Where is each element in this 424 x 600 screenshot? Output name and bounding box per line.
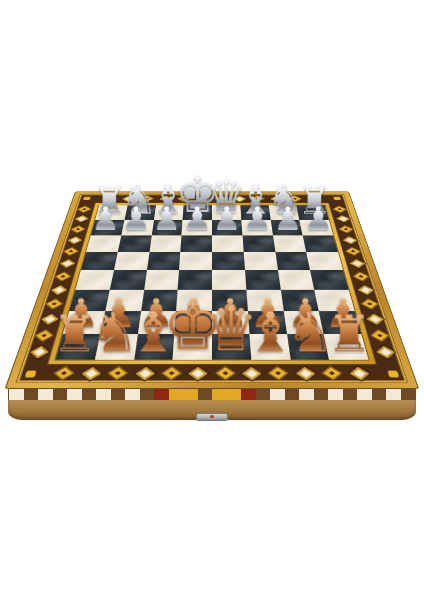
inlay-stripe-cream <box>125 389 140 400</box>
piece-wP-c2[interactable]: ♟ <box>243 203 272 235</box>
gold-diamond-icon <box>346 248 360 255</box>
piece-wP-h2[interactable]: ♟ <box>91 203 120 235</box>
ivory-diamond-icon <box>122 196 135 202</box>
inlay-stripe-brown <box>24 389 39 400</box>
square-h3[interactable] <box>86 235 121 252</box>
square-c5[interactable] <box>245 270 281 290</box>
inlay-stripe-gold <box>183 389 198 400</box>
inlay-stripe-gold <box>169 389 184 400</box>
ivory-diamond-icon <box>342 236 357 244</box>
square-e2[interactable]: ♟ <box>182 220 212 235</box>
gold-diamond-icon <box>78 206 90 212</box>
inlay-stripe-red <box>154 389 169 400</box>
square-c2[interactable]: ♟ <box>241 220 272 235</box>
inlay-stripe-cream <box>299 389 314 400</box>
ivory-diamond-icon <box>59 259 74 268</box>
inlay-stripe-brown <box>285 389 300 400</box>
square-d2[interactable]: ♟ <box>212 220 242 235</box>
ivory-diamond-icon <box>349 367 368 380</box>
square-g2[interactable]: ♟ <box>121 220 153 235</box>
square-a5[interactable] <box>310 270 348 290</box>
square-f2[interactable]: ♟ <box>151 220 182 235</box>
square-a8[interactable]: ♜ <box>324 334 369 360</box>
ivory-diamond-icon <box>82 367 101 380</box>
inlay-stripe-brown <box>53 389 68 400</box>
ivory-diamond-icon <box>135 367 154 380</box>
gold-diamond-icon <box>109 367 126 379</box>
ivory-diamond-icon <box>189 367 208 380</box>
gold-diamond-icon <box>64 248 78 255</box>
inlay-stripe-red <box>241 389 256 400</box>
square-b2[interactable]: ♟ <box>270 220 302 235</box>
gold-diamond-icon <box>252 196 264 202</box>
square-g5[interactable] <box>110 270 147 290</box>
ivory-diamond-icon <box>296 367 315 380</box>
square-h5[interactable] <box>75 270 113 290</box>
square-e3[interactable] <box>181 235 212 252</box>
gold-diamond-icon <box>56 367 73 379</box>
inlay-stripe-cream <box>357 389 372 400</box>
gold-diamond-icon <box>270 367 287 379</box>
piece-wP-d2[interactable]: ♟ <box>213 203 242 235</box>
gold-diamond-icon <box>340 226 353 233</box>
square-c3[interactable] <box>242 235 275 252</box>
square-b8[interactable]: ♞ <box>287 334 330 360</box>
product-photo-scene: ♜♞♝♚♛♝♞♜♟♟♟♟♟♟♟♟♟♟♟♟♟♟♟♟♜♞♝♚♛♝♞♜ <box>0 0 424 600</box>
piece-wP-e2[interactable]: ♟ <box>182 203 211 235</box>
square-h2[interactable]: ♟ <box>91 220 125 235</box>
gold-diamond-icon <box>372 330 388 341</box>
gold-diamond-icon <box>216 367 233 379</box>
chess-board: ♜♞♝♚♛♝♞♜♟♟♟♟♟♟♟♟♟♟♟♟♟♟♟♟♜♞♝♚♛♝♞♜ <box>5 191 420 389</box>
inlay-stripe-brown <box>111 389 126 400</box>
inlay-stripe-brown <box>140 389 155 400</box>
gold-diamond-icon <box>104 196 116 202</box>
inlay-stripe-brown <box>401 389 416 400</box>
inlay-stripe-cream <box>9 389 24 400</box>
edge-inlay-stripes <box>8 388 416 400</box>
squares-grid: ♜♞♝♚♛♝♞♜♟♟♟♟♟♟♟♟♟♟♟♟♟♟♟♟♜♞♝♚♛♝♞♜ <box>56 205 369 359</box>
board-side-edge <box>8 388 416 422</box>
inlay-stripe-brown <box>256 389 271 400</box>
inlay-stripe-cream <box>386 389 401 400</box>
gold-diamond-icon <box>36 330 52 341</box>
piece-bR-a8[interactable]: ♜ <box>326 310 371 360</box>
inlay-stripe-brown <box>82 389 97 400</box>
inlay-stripe-cream <box>38 389 53 400</box>
gold-diamond-icon <box>56 272 70 280</box>
square-f3[interactable] <box>149 235 182 252</box>
mosaic-strip-top <box>95 195 329 203</box>
ivory-diamond-icon <box>233 196 246 202</box>
ivory-diamond-icon <box>74 215 88 222</box>
inlay-stripe-brown <box>372 389 387 400</box>
gold-diamond-icon <box>141 196 153 202</box>
mosaic-corner-motif <box>387 371 399 378</box>
gold-diamond-icon <box>178 196 190 202</box>
square-a3[interactable] <box>303 235 338 252</box>
inlay-stripe-brown <box>198 389 213 400</box>
gold-diamond-icon <box>72 226 85 233</box>
gold-diamond-icon <box>215 196 227 202</box>
inlay-stripe-cream <box>328 389 343 400</box>
mosaic-corner-motif <box>333 197 341 200</box>
ivory-diamond-icon <box>30 346 48 358</box>
piece-wP-f2[interactable]: ♟ <box>152 203 181 235</box>
hinge-icon <box>196 413 228 421</box>
inlay-stripe-cream <box>67 389 82 400</box>
ivory-diamond-icon <box>159 196 172 202</box>
gold-diamond-icon <box>163 367 180 379</box>
ivory-diamond-icon <box>336 215 350 222</box>
square-b5[interactable] <box>278 270 315 290</box>
inlay-stripe-brown <box>343 389 358 400</box>
mosaic-strip-bottom <box>42 365 382 382</box>
piece-wP-b2[interactable]: ♟ <box>273 203 302 235</box>
edge-wood-face <box>8 400 416 420</box>
inlay-stripe-brown <box>314 389 329 400</box>
square-a2[interactable]: ♟ <box>300 220 334 235</box>
ivory-diamond-icon <box>376 346 394 358</box>
inlay-stripe-cream <box>96 389 111 400</box>
mosaic-corner-motif <box>25 371 37 378</box>
ivory-diamond-icon <box>67 236 82 244</box>
square-b3[interactable] <box>273 235 307 252</box>
inlay-stripe-gold <box>227 389 242 400</box>
gold-diamond-icon <box>333 206 345 212</box>
inlay-stripe-gold <box>212 389 227 400</box>
gold-diamond-icon <box>289 196 301 202</box>
gold-diamond-icon <box>323 367 340 379</box>
ivory-diamond-icon <box>196 196 209 202</box>
mosaic-corner-motif <box>83 197 91 200</box>
square-g3[interactable] <box>118 235 152 252</box>
ivory-diamond-icon <box>270 196 283 202</box>
inlay-stripe-cream <box>270 389 285 400</box>
ivory-diamond-icon <box>242 367 261 380</box>
gold-diamond-icon <box>354 272 368 280</box>
ivory-diamond-icon <box>349 259 364 268</box>
square-d3[interactable] <box>212 235 243 252</box>
square-c8[interactable]: ♝ <box>249 334 290 360</box>
piece-wP-a2[interactable]: ♟ <box>303 203 332 235</box>
piece-wP-g2[interactable]: ♟ <box>122 203 151 235</box>
ivory-diamond-icon <box>307 196 320 202</box>
